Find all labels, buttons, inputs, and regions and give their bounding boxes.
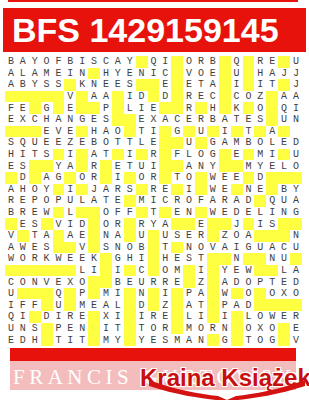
grid-cell: I — [53, 311, 65, 323]
grid-cell: L — [136, 137, 148, 149]
grid-cell: A — [112, 230, 124, 242]
grid-cell — [100, 172, 112, 184]
grid-cell: A — [231, 195, 243, 207]
grid-cell: R — [290, 311, 302, 323]
grid-cell — [29, 288, 41, 300]
grid-cell — [41, 265, 53, 277]
grid-cell — [64, 299, 76, 311]
grid-cell — [183, 276, 195, 288]
grid-cell: A — [100, 184, 112, 196]
grid-cell: I — [266, 207, 278, 219]
grid-cell: E — [183, 79, 195, 91]
grid-cell: R — [171, 195, 183, 207]
grid-cell: O — [254, 102, 266, 114]
grid-cell: E — [124, 276, 136, 288]
grid-cell: O — [243, 91, 255, 103]
grid-cell: E — [112, 160, 124, 172]
grid-cell: C — [278, 242, 290, 254]
grid-cell — [183, 265, 195, 277]
grid-cell: R — [5, 195, 17, 207]
grid-cell — [17, 91, 29, 103]
grid-cell: O — [136, 172, 148, 184]
grid-cell: V — [41, 276, 53, 288]
grid-cell: D — [243, 195, 255, 207]
grid-cell: U — [53, 299, 65, 311]
grid-cell: E — [112, 79, 124, 91]
grid-cell: F — [29, 299, 41, 311]
grid-cell: P — [53, 195, 65, 207]
grid-cell — [231, 311, 243, 323]
top-red-strip — [8, 0, 298, 2]
grid-cell: O — [112, 126, 124, 138]
grid-cell: I — [17, 311, 29, 323]
grid-cell: M — [183, 323, 195, 335]
grid-cell — [29, 91, 41, 103]
grid-cell — [17, 230, 29, 242]
grid-cell: D — [76, 218, 88, 230]
grid-cell — [112, 91, 124, 103]
grid-cell: L — [183, 149, 195, 161]
grid-cell: P — [53, 323, 65, 335]
grid-cell: L — [76, 195, 88, 207]
grid-cell: E — [254, 184, 266, 196]
grid-cell: L — [76, 265, 88, 277]
grid-cell: R — [159, 323, 171, 335]
grid-cell: T — [195, 79, 207, 91]
grid-cell: R — [148, 149, 160, 161]
grid-cell — [88, 323, 100, 335]
grid-cell — [231, 334, 243, 346]
grid-cell: E — [41, 137, 53, 149]
grid-cell: W — [207, 184, 219, 196]
grid-cell: S — [17, 160, 29, 172]
grid-cell — [5, 91, 17, 103]
grid-cell — [219, 102, 231, 114]
grid-cell: O — [254, 137, 266, 149]
grid-cell: Z — [219, 230, 231, 242]
grid-cell: E — [171, 253, 183, 265]
grid-cell: S — [183, 253, 195, 265]
grid-cell: E — [76, 253, 88, 265]
grid-cell: B — [17, 79, 29, 91]
grid-cell — [278, 299, 290, 311]
grid-cell: Y — [124, 56, 136, 68]
grid-cell: G — [53, 172, 65, 184]
grid-cell: E — [5, 160, 17, 172]
grid-cell — [266, 114, 278, 126]
grid-cell: N — [195, 334, 207, 346]
grid-cell — [100, 265, 112, 277]
grid-cell: O — [76, 172, 88, 184]
grid-cell: Y — [290, 184, 302, 196]
grid-cell: U — [278, 195, 290, 207]
grid-cell: I — [183, 184, 195, 196]
grid-cell — [136, 207, 148, 219]
grid-cell — [266, 102, 278, 114]
grid-cell: M — [171, 265, 183, 277]
grid-cell — [53, 184, 65, 196]
grid-cell: S — [29, 218, 41, 230]
grid-cell: A — [195, 288, 207, 300]
grid-cell: H — [29, 334, 41, 346]
grid-cell — [5, 126, 17, 138]
grid-cell — [41, 334, 53, 346]
grid-cell: M — [100, 334, 112, 346]
grid-cell — [41, 91, 53, 103]
grid-cell — [112, 102, 124, 114]
grid-cell — [254, 265, 266, 277]
grid-cell: G — [112, 253, 124, 265]
grid-cell: F — [171, 149, 183, 161]
grid-cell — [231, 160, 243, 172]
grid-cell: E — [183, 114, 195, 126]
grid-cell: S — [124, 79, 136, 91]
grid-cell: L — [254, 207, 266, 219]
grid-cell: A — [64, 230, 76, 242]
grid-cell: L — [17, 68, 29, 80]
grid-cell: E — [124, 68, 136, 80]
grid-cell: U — [136, 276, 148, 288]
grid-cell: J — [88, 184, 100, 196]
grid-cell: I — [112, 172, 124, 184]
grid-cell: A — [41, 230, 53, 242]
grid-cell: E — [278, 311, 290, 323]
grid-cell — [88, 242, 100, 254]
grid-cell: A — [17, 56, 29, 68]
grid-cell: R — [29, 253, 41, 265]
grid-cell: F — [124, 207, 136, 219]
grid-cell: A — [266, 126, 278, 138]
grid-cell: E — [195, 91, 207, 103]
grid-cell: S — [41, 79, 53, 91]
grid-cell: V — [207, 242, 219, 254]
grid-cell — [195, 172, 207, 184]
grid-cell: S — [124, 184, 136, 196]
grid-cell — [88, 68, 100, 80]
grid-cell — [243, 56, 255, 68]
grid-cell: C — [231, 91, 243, 103]
grid-cell: K — [88, 253, 100, 265]
grid-cell — [41, 160, 53, 172]
grid-cell: I — [290, 102, 302, 114]
grid-cell — [124, 334, 136, 346]
grid-cell: X — [148, 114, 160, 126]
grid-cell: S — [100, 242, 112, 254]
grid-cell: C — [5, 276, 17, 288]
grid-cell: E — [76, 311, 88, 323]
grid-cell — [171, 160, 183, 172]
grid-cell: T — [124, 160, 136, 172]
grid-cell — [124, 172, 136, 184]
grid-cell — [136, 79, 148, 91]
grid-cell: Q — [231, 56, 243, 68]
grid-cell — [136, 149, 148, 161]
grid-cell: A — [266, 242, 278, 254]
grid-cell: M — [41, 68, 53, 80]
grid-cell: Q — [53, 288, 65, 300]
grid-cell: E — [243, 207, 255, 219]
grid-cell: O — [41, 56, 53, 68]
grid-cell: V — [53, 126, 65, 138]
grid-cell — [195, 207, 207, 219]
grid-cell: V — [53, 218, 65, 230]
grid-cell: E — [53, 276, 65, 288]
grid-cell: I — [5, 299, 17, 311]
grid-cell — [100, 160, 112, 172]
grid-cell: N — [136, 68, 148, 80]
grid-cell — [124, 126, 136, 138]
grid-cell: A — [5, 79, 17, 91]
grid-cell — [53, 207, 65, 219]
grid-cell: K — [76, 79, 88, 91]
grid-cell: O — [266, 288, 278, 300]
grid-cell: W — [266, 311, 278, 323]
grid-cell: O — [41, 195, 53, 207]
grid-cell: E — [64, 126, 76, 138]
grid-cell: I — [136, 311, 148, 323]
grid-cell: A — [290, 265, 302, 277]
grid-cell — [53, 242, 65, 254]
grid-cell: N — [243, 184, 255, 196]
grid-cell: L — [266, 137, 278, 149]
grid-cell — [266, 91, 278, 103]
grid-cell: U — [5, 323, 17, 335]
grid-cell: A — [219, 137, 231, 149]
grid-cell: N — [278, 207, 290, 219]
grid-cell: E — [195, 218, 207, 230]
grid-cell: E — [266, 56, 278, 68]
grid-cell: Y — [254, 160, 266, 172]
grid-cell: I — [148, 126, 160, 138]
grid-cell: W — [5, 253, 17, 265]
grid-cell — [171, 323, 183, 335]
grid-cell: S — [159, 334, 171, 346]
grid-cell: E — [219, 172, 231, 184]
grid-cell — [148, 253, 160, 265]
grid-cell: T — [76, 334, 88, 346]
grid-cell — [254, 288, 266, 300]
grid-cell: R — [195, 114, 207, 126]
grid-cell: E — [64, 102, 76, 114]
grid-cell: E — [112, 195, 124, 207]
grid-cell — [64, 265, 76, 277]
grid-cell: H — [207, 102, 219, 114]
grid-cell — [278, 126, 290, 138]
grid-cell: E — [5, 114, 17, 126]
grid-cell: O — [159, 265, 171, 277]
grid-cell: A — [5, 184, 17, 196]
grid-cell: E — [278, 137, 290, 149]
grid-cell: C — [159, 195, 171, 207]
grid-cell — [278, 172, 290, 184]
grid-cell — [29, 311, 41, 323]
grid-cell — [148, 79, 160, 91]
grid-cell: M — [76, 299, 88, 311]
grid-cell: A — [159, 218, 171, 230]
grid-cell: O — [100, 207, 112, 219]
grid-cell — [171, 91, 183, 103]
grid-cell — [76, 160, 88, 172]
grid-cell: O — [195, 149, 207, 161]
grid-cell: C — [100, 56, 112, 68]
grid-cell: H — [41, 114, 53, 126]
grid-cell — [41, 218, 53, 230]
grid-cell: O — [124, 242, 136, 254]
grid-cell: E — [29, 242, 41, 254]
grid-cell: I — [136, 253, 148, 265]
grid-cell: U — [290, 56, 302, 68]
grid-cell: A — [88, 195, 100, 207]
grid-cell: R — [17, 207, 29, 219]
grid-cell: U — [231, 68, 243, 80]
title-banner: BFS 1429159145 — [3, 8, 306, 52]
grid-cell — [254, 230, 266, 242]
grid-cell — [5, 172, 17, 184]
grid-cell: Z — [254, 91, 266, 103]
grid-cell: Q — [5, 311, 17, 323]
grid-cell: R — [112, 184, 124, 196]
grid-cell: Q — [148, 56, 160, 68]
grid-cell: W — [17, 242, 29, 254]
grid-cell: U — [183, 137, 195, 149]
grid-cell — [124, 218, 136, 230]
grid-cell: S — [100, 114, 112, 126]
grid-cell — [243, 79, 255, 91]
grid-cell — [124, 299, 136, 311]
grid-cell: I — [112, 311, 124, 323]
grid-cell: D — [17, 172, 29, 184]
grid-cell: O — [183, 195, 195, 207]
grid-cell: A — [53, 114, 65, 126]
grid-cell — [124, 114, 136, 126]
grid-cell: B — [64, 56, 76, 68]
grid-cell: X — [17, 114, 29, 126]
grid-cell: I — [17, 149, 29, 161]
grid-cell: W — [41, 207, 53, 219]
grid-cell: T — [159, 242, 171, 254]
grid-cell: Y — [29, 56, 41, 68]
grid-cell: P — [100, 102, 112, 114]
grid-cell — [136, 184, 148, 196]
grid-cell: N — [17, 323, 29, 335]
grid-cell: I — [64, 68, 76, 80]
grid-cell: O — [290, 160, 302, 172]
divider-red-bar — [10, 348, 296, 361]
grid-cell: E — [290, 323, 302, 335]
grid-cell — [29, 160, 41, 172]
grid-cell: E — [64, 253, 76, 265]
grid-cell: E — [171, 207, 183, 219]
grid-cell: U — [64, 195, 76, 207]
grid-cell: E — [183, 230, 195, 242]
grid-cell — [100, 253, 112, 265]
grid-cell: S — [5, 137, 17, 149]
grid-cell: U — [195, 126, 207, 138]
grid-cell — [171, 137, 183, 149]
grid-cell: L — [243, 311, 255, 323]
grid-cell: R — [195, 230, 207, 242]
grid-cell — [266, 265, 278, 277]
grid-cell: I — [219, 311, 231, 323]
grid-cell: O — [183, 172, 195, 184]
grid-cell — [195, 137, 207, 149]
grid-cell: M — [231, 137, 243, 149]
grid-cell: W — [243, 265, 255, 277]
grid-cell: D — [290, 276, 302, 288]
grid-cell: U — [278, 253, 290, 265]
grid-cell — [266, 230, 278, 242]
grid-cell: A — [219, 276, 231, 288]
grid-cell: S — [171, 230, 183, 242]
grid-cell — [159, 172, 171, 184]
grid-cell: B — [207, 114, 219, 126]
grid-cell — [171, 218, 183, 230]
grid-cell: A — [183, 160, 195, 172]
grid-cell — [219, 79, 231, 91]
grid-cell — [278, 149, 290, 161]
grid-cell: I — [219, 126, 231, 138]
grid-cell: T — [148, 207, 160, 219]
grid-cell: Y — [41, 184, 53, 196]
grid-cell: I — [100, 323, 112, 335]
grid-cell: A — [290, 91, 302, 103]
grid-cell — [171, 299, 183, 311]
grid-cell: I — [231, 242, 243, 254]
grid-cell: X — [278, 288, 290, 300]
grid-cell: S — [53, 79, 65, 91]
grid-cell: O — [195, 68, 207, 80]
grid-cell — [112, 114, 124, 126]
grid-cell — [100, 276, 112, 288]
grid-cell: I — [148, 195, 160, 207]
grid-cell: J — [290, 68, 302, 80]
grid-cell: I — [88, 265, 100, 277]
grid-cell: R — [148, 172, 160, 184]
grid-cell: Q — [17, 137, 29, 149]
grid-cell: I — [266, 149, 278, 161]
grid-cell: Q — [266, 195, 278, 207]
grid-cell — [171, 56, 183, 68]
grid-cell: O — [254, 311, 266, 323]
grid-cell: D — [136, 299, 148, 311]
grid-cell: E — [5, 334, 17, 346]
grid-cell: R — [88, 160, 100, 172]
grid-cell: E — [41, 126, 53, 138]
grid-cell — [266, 184, 278, 196]
grid-cell — [171, 242, 183, 254]
grid-cell — [148, 288, 160, 300]
grid-cell: H — [124, 253, 136, 265]
grid-cell — [207, 230, 219, 242]
grid-cell: A — [266, 68, 278, 80]
grid-cell: D — [243, 299, 255, 311]
grid-cell — [171, 184, 183, 196]
grid-cell: U — [254, 242, 266, 254]
grid-cell: I — [148, 68, 160, 80]
grid-cell: E — [88, 299, 100, 311]
grid-cell: T — [100, 195, 112, 207]
grid-cell — [64, 172, 76, 184]
grid-cell: A — [100, 126, 112, 138]
grid-cell: I — [159, 56, 171, 68]
grid-cell: T — [29, 149, 41, 161]
grid-cell: P — [183, 288, 195, 300]
grid-cell: E — [219, 207, 231, 219]
grid-cell: I — [64, 149, 76, 161]
grid-cell — [207, 299, 219, 311]
grid-cell: E — [278, 276, 290, 288]
grid-cell: A — [207, 79, 219, 91]
